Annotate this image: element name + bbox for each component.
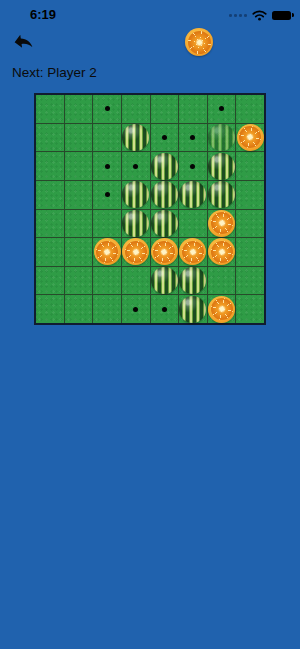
legal-move-dot [133,307,138,312]
watermelon-piece [122,181,149,208]
board-cell-r8c4[interactable] [122,295,150,323]
board-cell-r4c3[interactable] [93,181,121,209]
board-cell-r7c4[interactable] [122,267,150,295]
watermelon-piece [151,181,178,208]
watermelon-piece-faded [208,124,235,151]
board-cell-r3c8[interactable] [236,152,264,180]
board-cell-r4c6[interactable] [179,181,207,209]
wifi-icon [252,10,267,21]
watermelon-piece [122,124,149,151]
board-cell-r7c1[interactable] [36,267,64,295]
board-cell-r7c7[interactable] [208,267,236,295]
board-cell-r4c7[interactable] [208,181,236,209]
board-cell-r7c8[interactable] [236,267,264,295]
board-cell-r6c7[interactable] [208,238,236,266]
orange-piece [151,238,178,265]
watermelon-piece [208,181,235,208]
board-cell-r2c3[interactable] [93,124,121,152]
board-cell-r1c4[interactable] [122,95,150,123]
board-cell-r6c4[interactable] [122,238,150,266]
legal-move-dot [105,164,110,169]
board-cell-r3c5[interactable] [151,152,179,180]
watermelon-piece [179,267,206,294]
back-button[interactable] [11,30,35,54]
orange-piece [208,238,235,265]
next-player-piece-orange [185,28,213,56]
board-cell-r4c2[interactable] [65,181,93,209]
watermelon-piece [208,153,235,180]
board-cell-r5c7[interactable] [208,210,236,238]
board-cell-r3c1[interactable] [36,152,64,180]
board-cell-r8c1[interactable] [36,295,64,323]
orange-piece [208,210,235,237]
board-cell-r2c8[interactable] [236,124,264,152]
board-cell-r7c2[interactable] [65,267,93,295]
board-cell-r7c6[interactable] [179,267,207,295]
orange-piece [208,296,235,323]
legal-move-dot [190,164,195,169]
watermelon-piece [151,210,178,237]
legal-move-dot [162,135,167,140]
board-cell-r6c3[interactable] [93,238,121,266]
watermelon-piece [179,296,206,323]
board-cell-r4c5[interactable] [151,181,179,209]
legal-move-dot [133,164,138,169]
legal-move-dot [219,106,224,111]
legal-move-dot [162,307,167,312]
cellular-signal-icon [229,14,247,17]
board-cell-r6c5[interactable] [151,238,179,266]
battery-icon [272,11,291,21]
legal-move-dot [105,192,110,197]
board-cell-r2c7[interactable] [208,124,236,152]
board-cell-r8c3[interactable] [93,295,121,323]
board-cell-r2c4[interactable] [122,124,150,152]
board-cell-r5c2[interactable] [65,210,93,238]
board-cell-r1c5[interactable] [151,95,179,123]
board-cell-r5c6[interactable] [179,210,207,238]
app-screen: 6:19 Next: Player 2 [0,0,300,649]
board-cell-r1c8[interactable] [236,95,264,123]
orange-piece [94,238,121,265]
board-cell-r1c1[interactable] [36,95,64,123]
board-cell-r7c3[interactable] [93,267,121,295]
board-cell-r1c3[interactable] [93,95,121,123]
orange-piece [179,238,206,265]
board-cell-r8c8[interactable] [236,295,264,323]
board-cell-r2c5[interactable] [151,124,179,152]
board-cell-r8c6[interactable] [179,295,207,323]
status-bar-icons [229,10,291,21]
watermelon-piece [151,153,178,180]
status-time: 6:19 [30,7,56,22]
back-arrow-icon [11,29,36,54]
board-cell-r4c8[interactable] [236,181,264,209]
board-cell-r3c3[interactable] [93,152,121,180]
orange-piece [122,238,149,265]
legal-move-dot [105,106,110,111]
board-cell-r2c2[interactable] [65,124,93,152]
board-cell-r1c6[interactable] [179,95,207,123]
board-cell-r5c4[interactable] [122,210,150,238]
watermelon-piece [151,267,178,294]
board-cell-r5c5[interactable] [151,210,179,238]
game-board [34,93,266,325]
board-cell-r3c4[interactable] [122,152,150,180]
board-cell-r8c5[interactable] [151,295,179,323]
board-cell-r3c6[interactable] [179,152,207,180]
watermelon-piece [179,181,206,208]
board-cell-r6c8[interactable] [236,238,264,266]
board-cell-r6c1[interactable] [36,238,64,266]
board-cell-r5c3[interactable] [93,210,121,238]
board-cell-r4c1[interactable] [36,181,64,209]
board-cell-r7c5[interactable] [151,267,179,295]
board-cell-r4c4[interactable] [122,181,150,209]
board-cell-r3c7[interactable] [208,152,236,180]
board-cell-r5c8[interactable] [236,210,264,238]
board-cell-r8c7[interactable] [208,295,236,323]
board-cell-r5c1[interactable] [36,210,64,238]
board-cell-r1c2[interactable] [65,95,93,123]
legal-move-dot [190,135,195,140]
board-cell-r1c7[interactable] [208,95,236,123]
orange-piece [237,124,264,151]
next-player-label: Next: Player 2 [12,65,97,80]
board-cell-r6c2[interactable] [65,238,93,266]
board-cell-r2c6[interactable] [179,124,207,152]
board-cell-r6c6[interactable] [179,238,207,266]
board-cell-r3c2[interactable] [65,152,93,180]
watermelon-piece [122,210,149,237]
board-cell-r2c1[interactable] [36,124,64,152]
board-cell-r8c2[interactable] [65,295,93,323]
